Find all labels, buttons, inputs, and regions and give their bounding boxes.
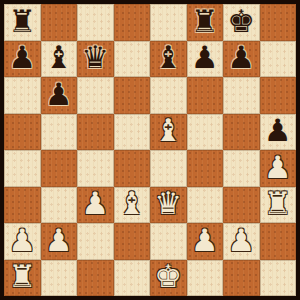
square-d2[interactable]: [114, 223, 151, 260]
square-a5[interactable]: [4, 114, 41, 151]
square-h8[interactable]: [260, 4, 297, 41]
square-a8[interactable]: ♜: [4, 4, 41, 41]
square-c7[interactable]: ♛: [77, 41, 114, 78]
square-d7[interactable]: [114, 41, 151, 78]
square-b8[interactable]: [41, 4, 78, 41]
square-c3[interactable]: ♟: [77, 187, 114, 224]
square-g4[interactable]: [223, 150, 260, 187]
square-b1[interactable]: [41, 260, 78, 297]
square-h5[interactable]: ♟: [260, 114, 297, 151]
square-a2[interactable]: ♟: [4, 223, 41, 260]
square-c8[interactable]: [77, 4, 114, 41]
square-e7[interactable]: ♝: [150, 41, 187, 78]
square-b5[interactable]: [41, 114, 78, 151]
piece-white-queen: ♛: [154, 188, 182, 219]
square-d3[interactable]: ♝: [114, 187, 151, 224]
square-h7[interactable]: [260, 41, 297, 78]
square-d4[interactable]: [114, 150, 151, 187]
square-e6[interactable]: [150, 77, 187, 114]
square-e8[interactable]: [150, 4, 187, 41]
square-f6[interactable]: [187, 77, 224, 114]
square-h3[interactable]: ♜: [260, 187, 297, 224]
chess-board: ♜♜♚♟♝♛♝♟♟♟♝♟♟♟♝♛♜♟♟♟♟♜♚: [0, 0, 300, 300]
board-grid: ♜♜♚♟♝♛♝♟♟♟♝♟♟♟♝♛♜♟♟♟♟♜♚: [4, 4, 296, 296]
piece-black-rook: ♜: [8, 6, 36, 37]
square-a7[interactable]: ♟: [4, 41, 41, 78]
piece-white-pawn: ♟: [45, 225, 73, 256]
piece-black-bishop: ♝: [154, 42, 182, 73]
square-f2[interactable]: ♟: [187, 223, 224, 260]
square-e2[interactable]: [150, 223, 187, 260]
piece-black-pawn: ♟: [45, 79, 73, 110]
piece-white-king: ♚: [154, 261, 182, 292]
piece-black-king: ♚: [227, 6, 255, 37]
square-a6[interactable]: [4, 77, 41, 114]
square-g7[interactable]: ♟: [223, 41, 260, 78]
square-f3[interactable]: [187, 187, 224, 224]
square-g5[interactable]: [223, 114, 260, 151]
piece-black-queen: ♛: [81, 42, 109, 73]
square-d5[interactable]: [114, 114, 151, 151]
square-b2[interactable]: ♟: [41, 223, 78, 260]
square-g3[interactable]: [223, 187, 260, 224]
piece-white-rook: ♜: [264, 188, 292, 219]
square-d6[interactable]: [114, 77, 151, 114]
piece-white-pawn: ♟: [191, 225, 219, 256]
square-b7[interactable]: ♝: [41, 41, 78, 78]
square-f8[interactable]: ♜: [187, 4, 224, 41]
piece-white-pawn: ♟: [8, 225, 36, 256]
square-e5[interactable]: ♝: [150, 114, 187, 151]
piece-black-pawn: ♟: [191, 42, 219, 73]
square-h2[interactable]: [260, 223, 297, 260]
square-b3[interactable]: [41, 187, 78, 224]
square-h1[interactable]: [260, 260, 297, 297]
piece-black-pawn: ♟: [8, 42, 36, 73]
square-f1[interactable]: [187, 260, 224, 297]
square-d1[interactable]: [114, 260, 151, 297]
square-d8[interactable]: [114, 4, 151, 41]
piece-white-pawn: ♟: [264, 152, 292, 183]
piece-black-pawn: ♟: [227, 42, 255, 73]
square-b4[interactable]: [41, 150, 78, 187]
square-g2[interactable]: ♟: [223, 223, 260, 260]
piece-black-pawn: ♟: [264, 115, 292, 146]
square-f7[interactable]: ♟: [187, 41, 224, 78]
square-a1[interactable]: ♜: [4, 260, 41, 297]
square-e3[interactable]: ♛: [150, 187, 187, 224]
square-e1[interactable]: ♚: [150, 260, 187, 297]
square-b6[interactable]: ♟: [41, 77, 78, 114]
square-f4[interactable]: [187, 150, 224, 187]
square-h4[interactable]: ♟: [260, 150, 297, 187]
square-f5[interactable]: [187, 114, 224, 151]
square-g8[interactable]: ♚: [223, 4, 260, 41]
square-h6[interactable]: [260, 77, 297, 114]
piece-white-bishop: ♝: [118, 188, 146, 219]
square-a3[interactable]: [4, 187, 41, 224]
square-c5[interactable]: [77, 114, 114, 151]
piece-white-pawn: ♟: [227, 225, 255, 256]
square-c4[interactable]: [77, 150, 114, 187]
square-a4[interactable]: [4, 150, 41, 187]
square-e4[interactable]: [150, 150, 187, 187]
piece-white-rook: ♜: [8, 261, 36, 292]
square-g6[interactable]: [223, 77, 260, 114]
square-c1[interactable]: [77, 260, 114, 297]
piece-black-bishop: ♝: [45, 42, 73, 73]
square-c2[interactable]: [77, 223, 114, 260]
piece-white-bishop: ♝: [154, 115, 182, 146]
piece-black-rook: ♜: [191, 6, 219, 37]
square-c6[interactable]: [77, 77, 114, 114]
piece-white-pawn: ♟: [81, 188, 109, 219]
square-g1[interactable]: [223, 260, 260, 297]
